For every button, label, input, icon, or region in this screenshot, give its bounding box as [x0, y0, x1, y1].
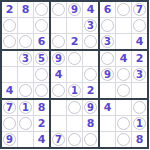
cell-r5c3[interactable]	[34, 67, 49, 82]
cell-r2c2[interactable]	[18, 18, 33, 33]
cell-r4c4[interactable]: 9	[51, 51, 66, 66]
cell-r9c4[interactable]: 7	[51, 132, 66, 147]
cell-r8c5[interactable]	[67, 116, 82, 131]
cell-r9c6[interactable]	[83, 132, 98, 147]
cell-r4c5[interactable]	[67, 51, 82, 66]
given-digit: 2	[6, 4, 14, 15]
odd-marker-circle	[35, 19, 48, 32]
cell-r3c5[interactable]: 2	[67, 34, 82, 49]
odd-marker-circle: 9	[68, 3, 81, 16]
odd-marker-circle: 9	[84, 101, 97, 114]
odd-marker-circle: 3	[133, 68, 146, 81]
cell-r7c4[interactable]	[51, 100, 66, 115]
odd-marker-circle	[35, 84, 48, 97]
given-digit: 2	[136, 53, 144, 64]
odd-marker-circle	[52, 35, 65, 48]
odd-marker-circle	[133, 101, 146, 114]
odd-marker-circle	[3, 117, 16, 130]
cell-r2c6[interactable]: 3	[83, 18, 98, 33]
given-digit: 4	[6, 85, 14, 96]
cell-r1c8[interactable]	[116, 2, 131, 17]
block-4: 354	[2, 51, 49, 98]
odd-marker-circle: 3	[101, 35, 114, 48]
odd-marker-circle: 5	[35, 52, 48, 65]
cell-r4c7[interactable]	[100, 51, 115, 66]
odd-marker-circle	[117, 84, 130, 97]
block-6: 4293	[100, 51, 147, 98]
given-digit: 3	[22, 54, 29, 64]
cell-r9c9[interactable]: 8	[132, 132, 147, 147]
given-digit: 4	[120, 53, 128, 64]
cell-r5c8[interactable]	[116, 67, 131, 82]
odd-marker-circle	[19, 117, 32, 130]
cell-r5c1[interactable]	[2, 67, 17, 82]
given-digit: 6	[38, 36, 46, 47]
odd-marker-circle	[35, 68, 48, 81]
cell-r9c8[interactable]	[116, 132, 131, 147]
given-digit: 1	[136, 119, 143, 129]
given-digit: 2	[87, 85, 95, 96]
given-digit: 8	[87, 118, 95, 129]
cell-r3c9[interactable]: 4	[132, 34, 147, 49]
given-digit: 4	[38, 134, 46, 145]
cell-r1c1[interactable]: 2	[2, 2, 17, 17]
odd-marker-circle	[3, 35, 16, 48]
cell-r6c9[interactable]	[132, 83, 147, 98]
cell-r6c4[interactable]	[51, 83, 66, 98]
cell-r1c5[interactable]: 9	[67, 2, 82, 17]
cell-r6c6[interactable]: 2	[83, 83, 98, 98]
cell-r5c2[interactable]	[18, 67, 33, 82]
cell-r4c6[interactable]	[83, 51, 98, 66]
cell-r5c9[interactable]: 3	[132, 67, 147, 82]
cell-r8c4[interactable]	[51, 116, 66, 131]
odd-marker-circle	[117, 117, 130, 130]
cell-r3c1[interactable]	[2, 34, 17, 49]
given-digit: 8	[38, 102, 46, 113]
cell-r4c3[interactable]: 5	[34, 51, 49, 66]
cell-r5c6[interactable]	[83, 67, 98, 82]
given-digit: 9	[55, 54, 62, 64]
odd-marker-circle: 1	[68, 84, 81, 97]
cell-r7c1[interactable]: 7	[2, 100, 17, 115]
odd-marker-circle: 9	[101, 68, 114, 81]
given-digit: 7	[55, 135, 62, 145]
odd-marker-circle	[68, 52, 81, 65]
odd-marker-circle	[101, 19, 114, 32]
odd-marker-circle	[68, 133, 81, 146]
given-digit: 1	[22, 103, 29, 113]
odd-marker-circle	[117, 133, 130, 146]
given-digit: 4	[104, 102, 112, 113]
cell-r5c5[interactable]	[67, 67, 82, 82]
odd-marker-circle	[133, 19, 146, 32]
odd-marker-circle: 3	[19, 52, 32, 65]
cell-r4c8[interactable]: 4	[116, 51, 131, 66]
cell-r7c6[interactable]: 9	[83, 100, 98, 115]
cell-r1c4[interactable]	[51, 2, 66, 17]
given-digit: 9	[87, 103, 94, 113]
cell-r8c7[interactable]	[100, 116, 115, 131]
given-digit: 2	[38, 118, 46, 129]
given-digit: 4	[87, 4, 95, 15]
odd-marker-circle	[117, 68, 130, 81]
cell-r7c5[interactable]	[67, 100, 82, 115]
odd-marker-circle	[84, 68, 97, 81]
cell-r6c5[interactable]: 1	[67, 83, 82, 98]
cell-r2c8[interactable]	[116, 18, 131, 33]
cell-r3c6[interactable]	[83, 34, 98, 49]
cell-r2c9[interactable]	[132, 18, 147, 33]
cell-r7c7[interactable]: 4	[100, 100, 115, 115]
cell-r9c5[interactable]	[67, 132, 82, 147]
given-digit: 1	[71, 86, 78, 96]
given-digit: 9	[6, 135, 13, 145]
cell-r8c8[interactable]	[116, 116, 131, 131]
cell-r6c2[interactable]	[18, 83, 33, 98]
cell-r5c4[interactable]: 4	[51, 67, 66, 82]
cell-r1c6[interactable]: 4	[83, 2, 98, 17]
cell-r7c9[interactable]	[132, 100, 147, 115]
cell-r2c4[interactable]	[51, 18, 66, 33]
block-2: 9432	[51, 2, 98, 49]
odd-marker-circle	[52, 84, 65, 97]
cell-r3c3[interactable]: 6	[34, 34, 49, 49]
cell-r8c3[interactable]: 2	[34, 116, 49, 131]
odd-marker-circle	[84, 133, 97, 146]
cell-r7c3[interactable]: 8	[34, 100, 49, 115]
odd-marker-circle	[52, 3, 65, 16]
cell-r6c1[interactable]: 4	[2, 83, 17, 98]
given-digit: 8	[136, 134, 144, 145]
given-digit: 6	[104, 4, 112, 15]
given-digit: 4	[55, 69, 63, 80]
cell-r1c3[interactable]	[34, 2, 49, 17]
cell-r3c2[interactable]	[18, 34, 33, 49]
given-digit: 4	[136, 36, 144, 47]
given-digit: 5	[38, 54, 45, 64]
odd-marker-circle: 3	[84, 19, 97, 32]
odd-marker-circle: 7	[52, 133, 65, 146]
cell-r7c2[interactable]: 1	[18, 100, 33, 115]
cell-r8c9[interactable]: 1	[132, 116, 147, 131]
cell-r9c2[interactable]	[18, 132, 33, 147]
cell-r2c5[interactable]	[67, 18, 82, 33]
cell-r7c8[interactable]	[116, 100, 131, 115]
cell-r5c7[interactable]: 9	[100, 67, 115, 82]
cell-r4c1[interactable]	[2, 51, 17, 66]
odd-marker-circle	[68, 101, 81, 114]
cell-r1c9[interactable]: 7	[132, 2, 147, 17]
block-1: 286	[2, 2, 49, 49]
block-9: 418	[100, 100, 147, 147]
block-3: 6734	[100, 2, 147, 49]
sudoku-board: 2869432673435494124293718294987418	[0, 0, 149, 149]
cell-r6c3[interactable]	[34, 83, 49, 98]
odd-marker-circle	[19, 35, 32, 48]
cell-r3c7[interactable]: 3	[100, 34, 115, 49]
odd-marker-circle: 7	[133, 3, 146, 16]
cell-r4c9[interactable]: 2	[132, 51, 147, 66]
cell-r8c6[interactable]: 8	[83, 116, 98, 131]
cell-r3c8[interactable]	[116, 34, 131, 49]
cell-r1c7[interactable]: 6	[100, 2, 115, 17]
cell-r4c2[interactable]: 3	[18, 51, 33, 66]
given-digit: 3	[136, 70, 143, 80]
cell-r6c7[interactable]	[100, 83, 115, 98]
cell-r3c4[interactable]	[51, 34, 66, 49]
cell-r1c2[interactable]: 8	[18, 2, 33, 17]
odd-marker-circle: 1	[19, 101, 32, 114]
odd-marker-circle	[101, 52, 114, 65]
cell-r9c1[interactable]: 9	[2, 132, 17, 147]
given-digit: 9	[104, 70, 111, 80]
block-5: 9412	[51, 51, 98, 98]
cell-r2c3[interactable]	[34, 18, 49, 33]
odd-marker-circle	[35, 3, 48, 16]
given-digit: 2	[71, 36, 79, 47]
cell-r2c7[interactable]	[100, 18, 115, 33]
block-7: 718294	[2, 100, 49, 147]
odd-marker-circle: 7	[3, 101, 16, 114]
odd-marker-circle	[3, 19, 16, 32]
odd-marker-circle	[19, 84, 32, 97]
odd-marker-circle	[117, 3, 130, 16]
given-digit: 9	[71, 5, 78, 15]
odd-marker-circle: 9	[52, 52, 65, 65]
cell-r9c7[interactable]	[100, 132, 115, 147]
given-digit: 7	[136, 5, 143, 15]
cell-r8c1[interactable]	[2, 116, 17, 131]
odd-marker-circle: 1	[133, 117, 146, 130]
block-8: 987	[51, 100, 98, 147]
given-digit: 3	[104, 37, 111, 47]
given-digit: 7	[6, 103, 13, 113]
given-digit: 8	[22, 4, 30, 15]
odd-marker-circle	[84, 35, 97, 48]
cell-r9c3[interactable]: 4	[34, 132, 49, 147]
odd-marker-circle: 9	[3, 133, 16, 146]
cell-r8c2[interactable]	[18, 116, 33, 131]
cell-r2c1[interactable]	[2, 18, 17, 33]
cell-r6c8[interactable]	[116, 83, 131, 98]
given-digit: 3	[87, 21, 94, 31]
